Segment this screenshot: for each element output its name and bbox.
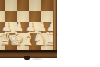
- board-square: [17, 0, 29, 11]
- board-square: [41, 0, 53, 11]
- box-latch: [24, 56, 30, 60]
- board-square: [5, 0, 17, 11]
- box-side-rail: [53, 0, 57, 57]
- white-rook: ♜: [42, 30, 59, 48]
- box-shadow: [30, 58, 44, 60]
- board-square: [29, 0, 41, 11]
- chess-set-photo: ♟ ♟ ♟ ♟ ♟ ♛ ♚ ♝ ♞ ♜: [0, 0, 57, 60]
